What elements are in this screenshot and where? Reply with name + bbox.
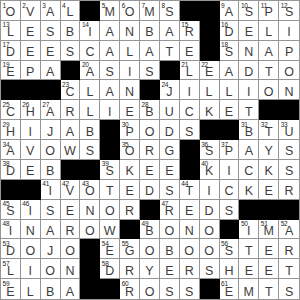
- cell-letter: E: [180, 46, 199, 58]
- cell-r6c13[interactable]: T: [239, 100, 259, 120]
- cell-letter: A: [61, 286, 80, 298]
- cell-r10c9[interactable]: S: [160, 180, 180, 200]
- cell-r5c6[interactable]: A: [100, 80, 120, 100]
- cell-letter: V: [21, 145, 40, 157]
- cell-letter: E: [259, 185, 278, 197]
- cell-r8c4[interactable]: W: [61, 140, 81, 160]
- cell-r9c12[interactable]: I: [220, 160, 240, 180]
- cell-r15c1[interactable]: 59E: [1, 279, 21, 299]
- cell-r5c13[interactable]: I: [239, 80, 259, 100]
- cell-letter: I: [80, 26, 99, 38]
- cell-r4c6[interactable]: S: [100, 61, 120, 81]
- cell-r14c10[interactable]: R: [180, 259, 200, 279]
- cell-r10c5[interactable]: 43O: [80, 180, 100, 200]
- cell-r13c11[interactable]: O: [200, 239, 220, 259]
- cell-r8c12[interactable]: 37P: [220, 140, 240, 160]
- cell-r3c3[interactable]: E: [41, 41, 61, 61]
- cell-r6c4[interactable]: R: [61, 100, 81, 120]
- cell-r12c15[interactable]: 52A: [279, 220, 299, 240]
- cell-r2c10[interactable]: 15R: [180, 21, 200, 41]
- cell-r12c10[interactable]: N: [180, 220, 200, 240]
- cell-letter: E: [21, 26, 40, 38]
- cell-r1c13[interactable]: 10S: [239, 1, 259, 21]
- cell-r10c13[interactable]: K: [239, 180, 259, 200]
- cell-r14c6[interactable]: 58D: [100, 259, 120, 279]
- cell-r2c13[interactable]: E: [239, 21, 259, 41]
- cell-letter: S: [80, 145, 99, 157]
- cell-r8c15[interactable]: S: [279, 140, 299, 160]
- cell-r9c9[interactable]: E: [160, 160, 180, 180]
- cell-letter: S: [239, 6, 258, 18]
- cell-r13c6[interactable]: 54E: [100, 239, 120, 259]
- cell-r8c7[interactable]: 35O: [120, 140, 140, 160]
- cell-letter: E: [140, 165, 159, 177]
- cell-r7c13[interactable]: 31B: [239, 120, 259, 140]
- cell-letter: E: [41, 46, 60, 58]
- cell-r10c4[interactable]: 42V: [61, 180, 81, 200]
- cell-r9c13[interactable]: C: [239, 160, 259, 180]
- cell-r1c14[interactable]: 11P: [259, 1, 279, 21]
- cell-r14c7[interactable]: R: [120, 259, 140, 279]
- cell-letter: A: [80, 66, 99, 78]
- cell-r11c4[interactable]: E: [61, 200, 81, 220]
- cell-r11c5[interactable]: N: [80, 200, 100, 220]
- cell-letter: S: [180, 286, 199, 298]
- cell-r11c1[interactable]: 45S: [1, 200, 21, 220]
- cell-letter: I: [41, 185, 60, 197]
- cell-r3c8[interactable]: A: [140, 41, 160, 61]
- cell-r6c7[interactable]: E: [120, 100, 140, 120]
- black-cell-r7c11: [200, 120, 220, 140]
- cell-r8c2[interactable]: V: [21, 140, 41, 160]
- cell-letter: K: [239, 185, 258, 197]
- cell-r11c3[interactable]: S: [41, 200, 61, 220]
- cell-letter: R: [120, 265, 139, 277]
- cell-r5c5[interactable]: L: [80, 80, 100, 100]
- cell-r7c5[interactable]: B: [80, 120, 100, 140]
- cell-r12c2[interactable]: N: [21, 220, 41, 240]
- cell-r10c15[interactable]: R: [279, 180, 299, 200]
- cell-r11c7[interactable]: R: [120, 200, 140, 220]
- black-cell-r11c15: [279, 200, 299, 220]
- cell-letter: S: [220, 205, 239, 217]
- cell-letter: N: [61, 265, 80, 277]
- cell-letter: A: [279, 225, 299, 237]
- cell-r7c7[interactable]: 30P: [120, 120, 140, 140]
- cell-r15c4[interactable]: A: [61, 279, 81, 299]
- cell-letter: S: [220, 46, 239, 58]
- cell-r13c12[interactable]: 56S: [220, 239, 240, 259]
- cell-r5c12[interactable]: L: [220, 80, 240, 100]
- cell-letter: O: [200, 245, 219, 257]
- cell-letter: T: [100, 185, 119, 197]
- cell-r6c3[interactable]: 27A: [41, 100, 61, 120]
- cell-letter: O: [140, 245, 159, 257]
- cell-letter: S: [200, 265, 219, 277]
- cell-letter: S: [160, 185, 179, 197]
- cell-r14c14[interactable]: E: [259, 259, 279, 279]
- cell-r5c15[interactable]: N: [279, 80, 299, 100]
- cell-r3c5[interactable]: C: [80, 41, 100, 61]
- cell-letter: D: [140, 185, 159, 197]
- cell-letter: E: [100, 245, 119, 257]
- cell-letter: A: [1, 145, 20, 157]
- cell-r2c12[interactable]: 16D: [220, 21, 240, 41]
- cell-r12c8[interactable]: 49B: [140, 220, 160, 240]
- cell-r7c8[interactable]: O: [140, 120, 160, 140]
- cell-r10c12[interactable]: C: [220, 180, 240, 200]
- cell-r9c2[interactable]: E: [21, 160, 41, 180]
- cell-letter: B: [140, 106, 159, 118]
- cell-letter: D: [200, 205, 219, 217]
- cell-r10c11[interactable]: I: [200, 180, 220, 200]
- cell-r15c13[interactable]: M: [239, 279, 259, 299]
- cell-letter: S: [180, 126, 199, 138]
- cell-r4c15[interactable]: O: [279, 61, 299, 81]
- cell-letter: O: [160, 225, 179, 237]
- cell-letter: O: [180, 245, 199, 257]
- cell-letter: E: [21, 46, 40, 58]
- cell-letter: O: [120, 145, 139, 157]
- cell-letter: R: [180, 26, 199, 38]
- cell-r8c13[interactable]: A: [239, 140, 259, 160]
- cell-r13c9[interactable]: B: [160, 239, 180, 259]
- cell-r6c1[interactable]: 25C: [1, 100, 21, 120]
- cell-r9c11[interactable]: 40K: [200, 160, 220, 180]
- cell-r9c15[interactable]: S: [279, 160, 299, 180]
- cell-letter: P: [279, 46, 299, 58]
- cell-r12c13[interactable]: 50I: [239, 220, 259, 240]
- cell-r6c6[interactable]: I: [100, 100, 120, 120]
- cell-r13c8[interactable]: O: [140, 239, 160, 259]
- cell-letter: D: [220, 26, 239, 38]
- cell-r6c11[interactable]: K: [200, 100, 220, 120]
- cell-r6c2[interactable]: 26H: [21, 100, 41, 120]
- cell-r12c3[interactable]: A: [41, 220, 61, 240]
- cell-r10c3[interactable]: 41I: [41, 180, 61, 200]
- cell-letter: A: [100, 26, 119, 38]
- cell-letter: N: [180, 225, 199, 237]
- cell-letter: L: [1, 265, 20, 277]
- cell-letter: C: [180, 106, 199, 118]
- cell-r5c4[interactable]: 23C: [61, 80, 81, 100]
- cell-r12c1[interactable]: 48I: [1, 220, 21, 240]
- cell-letter: H: [21, 106, 40, 118]
- cell-r15c2[interactable]: L: [21, 279, 41, 299]
- cell-r6c10[interactable]: C: [180, 100, 200, 120]
- black-cell-r11c13: [239, 200, 259, 220]
- cell-letter: R: [140, 145, 159, 157]
- cell-letter: D: [1, 245, 20, 257]
- cell-letter: I: [21, 205, 40, 217]
- cell-r11c12[interactable]: S: [220, 200, 240, 220]
- cell-letter: N: [80, 205, 99, 217]
- cell-letter: C: [80, 46, 99, 58]
- cell-r5c9[interactable]: 24J: [160, 80, 180, 100]
- cell-r13c7[interactable]: 55G: [120, 239, 140, 259]
- cell-r8c1[interactable]: 34A: [1, 140, 21, 160]
- cell-r14c2[interactable]: I: [21, 259, 41, 279]
- cell-letter: T: [259, 286, 278, 298]
- cell-letter: S: [279, 6, 299, 18]
- black-cell-r1c11: [200, 1, 220, 21]
- cell-r8c11[interactable]: 36S: [200, 140, 220, 160]
- black-cell-r5c3: [41, 80, 61, 100]
- cell-r2c5[interactable]: 14I: [80, 21, 100, 41]
- cell-r13c3[interactable]: J: [41, 239, 61, 259]
- cell-r7c3[interactable]: J: [41, 120, 61, 140]
- cell-r11c11[interactable]: D: [200, 200, 220, 220]
- cell-letter: I: [279, 26, 299, 38]
- cell-r7c9[interactable]: D: [160, 120, 180, 140]
- cell-r1c6[interactable]: 5M: [100, 1, 120, 21]
- cell-r2c1[interactable]: 13L: [1, 21, 21, 41]
- cell-r7c2[interactable]: I: [21, 120, 41, 140]
- cell-r1c7[interactable]: 6O: [120, 1, 140, 21]
- cell-r3c13[interactable]: N: [239, 41, 259, 61]
- cell-r4c10[interactable]: 21L: [180, 61, 200, 81]
- cell-r15c3[interactable]: B: [41, 279, 61, 299]
- cell-r10c10[interactable]: 44T: [180, 180, 200, 200]
- cell-r1c8[interactable]: 7M: [140, 1, 160, 21]
- cell-letter: D: [1, 165, 20, 177]
- cell-letter: K: [120, 165, 139, 177]
- cell-letter: P: [21, 66, 40, 78]
- cell-r8c3[interactable]: O: [41, 140, 61, 160]
- cell-letter: A: [41, 225, 60, 237]
- cell-letter: S: [1, 205, 20, 217]
- cell-r10c6[interactable]: T: [100, 180, 120, 200]
- cell-r11c2[interactable]: 46I: [21, 200, 41, 220]
- cell-r9c3[interactable]: B: [41, 160, 61, 180]
- cell-r3c2[interactable]: E: [21, 41, 41, 61]
- cell-letter: A: [100, 46, 119, 58]
- cell-letter: E: [120, 185, 139, 197]
- cell-r14c4[interactable]: N: [61, 259, 81, 279]
- cell-r14c8[interactable]: Y: [140, 259, 160, 279]
- cell-r3c6[interactable]: A: [100, 41, 120, 61]
- black-cell-r11c14: [259, 200, 279, 220]
- cell-r11c10[interactable]: E: [180, 200, 200, 220]
- cell-r7c4[interactable]: A: [61, 120, 81, 140]
- cell-letter: A: [100, 86, 119, 98]
- cell-letter: E: [220, 286, 239, 298]
- cell-r6c12[interactable]: E: [220, 100, 240, 120]
- cell-r1c15[interactable]: 12S: [279, 1, 299, 21]
- cell-r8c9[interactable]: G: [160, 140, 180, 160]
- cell-letter: N: [239, 46, 258, 58]
- cell-r2c8[interactable]: B: [140, 21, 160, 41]
- cell-r15c7[interactable]: 60R: [120, 279, 140, 299]
- cell-letter: L: [80, 106, 99, 118]
- cell-r15c15[interactable]: S: [279, 279, 299, 299]
- cell-r5c7[interactable]: N: [120, 80, 140, 100]
- cell-r13c4[interactable]: O: [61, 239, 81, 259]
- black-cell-r10c2: [21, 180, 41, 200]
- cell-r3c14[interactable]: A: [259, 41, 279, 61]
- cell-r14c15[interactable]: T: [279, 259, 299, 279]
- cell-letter: S: [160, 286, 179, 298]
- cell-letter: O: [279, 66, 299, 78]
- cell-r2c3[interactable]: S: [41, 21, 61, 41]
- cell-r9c14[interactable]: K: [259, 160, 279, 180]
- cell-r2c6[interactable]: A: [100, 21, 120, 41]
- cell-r9c1[interactable]: 38D: [1, 160, 21, 180]
- cell-r4c12[interactable]: A: [220, 61, 240, 81]
- cell-letter: S: [100, 165, 119, 177]
- cell-letter: S: [41, 205, 60, 217]
- cell-r7c15[interactable]: 33U: [279, 120, 299, 140]
- cell-r12c4[interactable]: R: [61, 220, 81, 240]
- cell-r14c12[interactable]: H: [220, 259, 240, 279]
- cell-r6c9[interactable]: U: [160, 100, 180, 120]
- cell-letter: T: [239, 245, 258, 257]
- cell-r14c9[interactable]: E: [160, 259, 180, 279]
- cell-r2c14[interactable]: L: [259, 21, 279, 41]
- cell-letter: S: [220, 245, 239, 257]
- cell-r2c7[interactable]: N: [120, 21, 140, 41]
- cell-letter: P: [120, 126, 139, 138]
- cell-r5c14[interactable]: O: [259, 80, 279, 100]
- cell-r1c4[interactable]: 4L: [61, 1, 81, 21]
- cell-r4c7[interactable]: I: [120, 61, 140, 81]
- cell-letter: P: [220, 145, 239, 157]
- cell-r7c1[interactable]: 29H: [1, 120, 21, 140]
- cell-r14c3[interactable]: O: [41, 259, 61, 279]
- cell-letter: S: [41, 26, 60, 38]
- cell-r3c15[interactable]: P: [279, 41, 299, 61]
- cell-r3c1[interactable]: 17D: [1, 41, 21, 61]
- cell-r10c8[interactable]: D: [140, 180, 160, 200]
- cell-letter: E: [200, 66, 219, 78]
- black-cell-r8c6: [100, 140, 120, 160]
- cell-letter: I: [180, 86, 199, 98]
- cell-letter: C: [1, 106, 20, 118]
- cell-r14c13[interactable]: E: [239, 259, 259, 279]
- cell-r10c7[interactable]: E: [120, 180, 140, 200]
- cell-r1c2[interactable]: 2V: [21, 1, 41, 21]
- cell-letter: B: [160, 245, 179, 257]
- cell-r13c15[interactable]: R: [279, 239, 299, 259]
- cell-letter: T: [239, 106, 258, 118]
- cell-r1c12[interactable]: 9A: [220, 1, 240, 21]
- cell-r7c14[interactable]: 32T: [259, 120, 279, 140]
- cell-r13c1[interactable]: 53D: [1, 239, 21, 259]
- cell-r13c13[interactable]: T: [239, 239, 259, 259]
- cell-r5c10[interactable]: I: [180, 80, 200, 100]
- black-cell-r10c1: [1, 180, 21, 200]
- cell-r5c11[interactable]: L: [200, 80, 220, 100]
- cell-letter: L: [61, 6, 80, 18]
- cell-r13c14[interactable]: E: [259, 239, 279, 259]
- black-cell-r12c7: [120, 220, 140, 240]
- cell-letter: L: [200, 86, 219, 98]
- cell-r12c5[interactable]: O: [80, 220, 100, 240]
- cell-letter: R: [279, 185, 299, 197]
- cell-letter: M: [140, 6, 159, 18]
- cell-r1c3[interactable]: 3A: [41, 1, 61, 21]
- cell-r3c9[interactable]: T: [160, 41, 180, 61]
- cell-r2c9[interactable]: A: [160, 21, 180, 41]
- cell-letter: B: [61, 26, 80, 38]
- cell-r4c5[interactable]: 20A: [80, 61, 100, 81]
- cell-r2c4[interactable]: B: [61, 21, 81, 41]
- cell-r14c1[interactable]: 57L: [1, 259, 21, 279]
- cell-letter: I: [239, 86, 258, 98]
- cell-letter: U: [160, 106, 179, 118]
- cell-letter: O: [21, 245, 40, 257]
- cell-r9c8[interactable]: E: [140, 160, 160, 180]
- cell-r15c12[interactable]: 61E: [220, 279, 240, 299]
- cell-letter: I: [200, 185, 219, 197]
- cell-letter: E: [120, 106, 139, 118]
- cell-r4c3[interactable]: A: [41, 61, 61, 81]
- cell-r12c6[interactable]: W: [100, 220, 120, 240]
- cell-letter: M: [239, 286, 258, 298]
- cell-r4c14[interactable]: T: [259, 61, 279, 81]
- cell-letter: S: [100, 66, 119, 78]
- cell-r4c13[interactable]: D: [239, 61, 259, 81]
- cell-letter: D: [1, 46, 20, 58]
- cell-r3c7[interactable]: L: [120, 41, 140, 61]
- cell-r9c7[interactable]: K: [120, 160, 140, 180]
- cell-r15c10[interactable]: S: [180, 279, 200, 299]
- cell-letter: O: [1, 6, 20, 18]
- cell-r8c8[interactable]: R: [140, 140, 160, 160]
- cell-r9c6[interactable]: 39S: [100, 160, 120, 180]
- cell-r3c12[interactable]: 18S: [220, 41, 240, 61]
- cell-letter: I: [21, 126, 40, 138]
- cell-r4c1[interactable]: 19E: [1, 61, 21, 81]
- cell-r12c14[interactable]: 51M: [259, 220, 279, 240]
- black-cell-r1c5: [80, 1, 100, 21]
- cell-letter: E: [1, 66, 20, 78]
- cell-r15c8[interactable]: O: [140, 279, 160, 299]
- cell-letter: V: [21, 6, 40, 18]
- cell-r11c9[interactable]: 47R: [160, 200, 180, 220]
- cell-r13c2[interactable]: O: [21, 239, 41, 259]
- cell-r13c10[interactable]: O: [180, 239, 200, 259]
- cell-letter: A: [220, 6, 239, 18]
- cell-r1c1[interactable]: 1O: [1, 1, 21, 21]
- cell-r7c10[interactable]: S: [180, 120, 200, 140]
- cell-r6c8[interactable]: 28B: [140, 100, 160, 120]
- cell-r12c9[interactable]: O: [160, 220, 180, 240]
- cell-r6c5[interactable]: L: [80, 100, 100, 120]
- cell-r11c6[interactable]: O: [100, 200, 120, 220]
- cell-r14c11[interactable]: S: [200, 259, 220, 279]
- cell-r4c11[interactable]: 22E: [200, 61, 220, 81]
- cell-r2c2[interactable]: E: [21, 21, 41, 41]
- cell-r4c2[interactable]: P: [21, 61, 41, 81]
- cell-r1c9[interactable]: 8S: [160, 1, 180, 21]
- black-cell-r6c14: [259, 100, 279, 120]
- cell-r10c14[interactable]: E: [259, 180, 279, 200]
- cell-letter: K: [259, 165, 278, 177]
- cell-r15c9[interactable]: S: [160, 279, 180, 299]
- cell-r2c15[interactable]: I: [279, 21, 299, 41]
- cell-letter: R: [120, 286, 139, 298]
- cell-r12c11[interactable]: O: [200, 220, 220, 240]
- cell-r4c8[interactable]: S: [140, 61, 160, 81]
- cell-letter: E: [220, 106, 239, 118]
- cell-r8c14[interactable]: Y: [259, 140, 279, 160]
- cell-r8c5[interactable]: S: [80, 140, 100, 160]
- cell-r3c4[interactable]: S: [61, 41, 81, 61]
- black-cell-r15c11: [200, 279, 220, 299]
- cell-r15c14[interactable]: T: [259, 279, 279, 299]
- cell-r3c10[interactable]: E: [180, 41, 200, 61]
